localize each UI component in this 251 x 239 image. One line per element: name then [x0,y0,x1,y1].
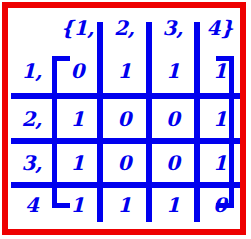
matrix-cell-r1c3: 1 [149,46,197,96]
column-header-3: 3, [149,9,197,46]
matrix-cell-r3c2: 0 [100,141,149,185]
matrix-cell-r4c3: 1 [149,185,197,225]
right-bracket-bottom-serif [216,203,234,208]
right-bracket-top-serif [216,56,234,61]
column-header-1: {1, [55,9,100,46]
left-bracket-stem [52,56,57,208]
grid-line-vertical-2 [146,22,152,222]
grid-line-vertical-1 [97,22,103,222]
grid-line-horizontal-3 [11,182,240,188]
matrix-cell-r1c4: 1 [197,46,243,96]
matrix-cell-r1c1: 0 [55,46,100,96]
grid-line-vertical-3 [194,22,200,222]
left-bracket-top-serif [52,56,70,61]
matrix-cell-r3c1: 1 [55,141,100,185]
matrix-cell-r4c2: 1 [100,185,149,225]
row-label-4: 4 [9,185,55,225]
matrix-cell-r1c2: 1 [100,46,149,96]
row-label-2: 2, [9,96,55,141]
matrix-cell-r3c3: 0 [149,141,197,185]
matrix-cell-r3c4: 1 [197,141,243,185]
grid-line-horizontal-1 [11,93,240,99]
matrix-cell-r2c4: 1 [197,96,243,141]
matrix-grid: {1, 2, 3, 4} 1, 0 1 1 1 2, 1 0 0 1 3, 1 … [9,9,243,233]
left-bracket-bottom-serif [52,203,70,208]
matrix-cell-r2c2: 0 [100,96,149,141]
corner-cell [9,9,55,46]
grid-line-horizontal-2 [11,138,240,144]
matrix-cell-r2c1: 1 [55,96,100,141]
matrix-cell-r2c3: 0 [149,96,197,141]
matrix-board: {1, 2, 3, 4} 1, 0 1 1 1 2, 1 0 0 1 3, 1 … [0,0,251,239]
column-header-4: 4} [197,9,243,46]
right-bracket-stem [229,56,234,208]
column-header-2: 2, [100,9,149,46]
row-label-3: 3, [9,141,55,185]
row-label-1: 1, [9,46,55,96]
